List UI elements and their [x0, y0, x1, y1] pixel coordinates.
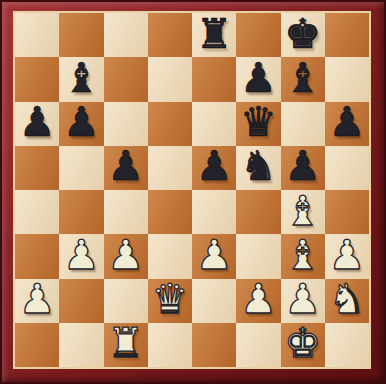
square-c5[interactable]: ♟: [104, 146, 148, 190]
square-f4[interactable]: [236, 190, 280, 234]
square-g6[interactable]: [281, 102, 325, 146]
square-h5[interactable]: [325, 146, 369, 190]
white-pawn-c3[interactable]: ♟: [107, 235, 144, 276]
board-frame: ♜♚♝♟♝♟♟♛♟♟♟♞♟♝♟♟♟♝♟♟♛♟♟♞♜♚: [0, 0, 386, 384]
square-f2[interactable]: ♟: [236, 279, 280, 323]
square-g5[interactable]: ♟: [281, 146, 325, 190]
black-bishop-g7[interactable]: ♝: [284, 58, 321, 99]
white-pawn-h3[interactable]: ♟: [328, 235, 365, 276]
square-d1[interactable]: [148, 323, 192, 367]
black-pawn-e5[interactable]: ♟: [196, 146, 233, 187]
chess-board: ♜♚♝♟♝♟♟♛♟♟♟♞♟♝♟♟♟♝♟♟♛♟♟♞♜♚: [13, 11, 371, 369]
white-king-g1[interactable]: ♚: [284, 323, 321, 364]
white-pawn-b3[interactable]: ♟: [63, 235, 100, 276]
square-f3[interactable]: [236, 234, 280, 278]
square-h1[interactable]: [325, 323, 369, 367]
square-f7[interactable]: ♟: [236, 57, 280, 101]
square-c8[interactable]: [104, 13, 148, 57]
square-g7[interactable]: ♝: [281, 57, 325, 101]
black-king-g8[interactable]: ♚: [284, 14, 321, 55]
square-h2[interactable]: ♞: [325, 279, 369, 323]
square-a6[interactable]: ♟: [15, 102, 59, 146]
square-c2[interactable]: [104, 279, 148, 323]
black-knight-f5[interactable]: ♞: [240, 146, 277, 187]
square-b8[interactable]: [59, 13, 103, 57]
square-f5[interactable]: ♞: [236, 146, 280, 190]
square-h7[interactable]: [325, 57, 369, 101]
square-c4[interactable]: [104, 190, 148, 234]
square-g4[interactable]: ♝: [281, 190, 325, 234]
black-pawn-g5[interactable]: ♟: [284, 146, 321, 187]
square-b2[interactable]: [59, 279, 103, 323]
square-f8[interactable]: [236, 13, 280, 57]
square-g1[interactable]: ♚: [281, 323, 325, 367]
square-g3[interactable]: ♝: [281, 234, 325, 278]
black-pawn-c5[interactable]: ♟: [107, 146, 144, 187]
square-d4[interactable]: [148, 190, 192, 234]
square-c3[interactable]: ♟: [104, 234, 148, 278]
black-pawn-f7[interactable]: ♟: [240, 58, 277, 99]
square-c7[interactable]: [104, 57, 148, 101]
square-a8[interactable]: [15, 13, 59, 57]
white-pawn-a2[interactable]: ♟: [19, 279, 56, 320]
square-e5[interactable]: ♟: [192, 146, 236, 190]
square-g2[interactable]: ♟: [281, 279, 325, 323]
black-rook-e8[interactable]: ♜: [196, 14, 233, 55]
square-a1[interactable]: [15, 323, 59, 367]
square-e1[interactable]: [192, 323, 236, 367]
square-h3[interactable]: ♟: [325, 234, 369, 278]
black-bishop-b7[interactable]: ♝: [63, 58, 100, 99]
square-a5[interactable]: [15, 146, 59, 190]
square-e2[interactable]: [192, 279, 236, 323]
white-pawn-g2[interactable]: ♟: [284, 279, 321, 320]
black-pawn-h6[interactable]: ♟: [328, 102, 365, 143]
square-a7[interactable]: [15, 57, 59, 101]
square-b7[interactable]: ♝: [59, 57, 103, 101]
square-b6[interactable]: ♟: [59, 102, 103, 146]
square-g8[interactable]: ♚: [281, 13, 325, 57]
white-pawn-e3[interactable]: ♟: [196, 235, 233, 276]
square-a4[interactable]: [15, 190, 59, 234]
square-d5[interactable]: [148, 146, 192, 190]
square-f6[interactable]: ♛: [236, 102, 280, 146]
white-queen-d2[interactable]: ♛: [151, 279, 188, 320]
square-b1[interactable]: [59, 323, 103, 367]
square-d6[interactable]: [148, 102, 192, 146]
black-queen-f6[interactable]: ♛: [240, 102, 277, 143]
black-pawn-b6[interactable]: ♟: [63, 102, 100, 143]
white-pawn-f2[interactable]: ♟: [240, 279, 277, 320]
square-c1[interactable]: ♜: [104, 323, 148, 367]
square-a3[interactable]: [15, 234, 59, 278]
white-rook-c1[interactable]: ♜: [107, 323, 144, 364]
square-a2[interactable]: ♟: [15, 279, 59, 323]
square-h4[interactable]: [325, 190, 369, 234]
black-pawn-a6[interactable]: ♟: [19, 102, 56, 143]
square-d3[interactable]: [148, 234, 192, 278]
square-h6[interactable]: ♟: [325, 102, 369, 146]
square-e8[interactable]: ♜: [192, 13, 236, 57]
square-e4[interactable]: [192, 190, 236, 234]
square-b3[interactable]: ♟: [59, 234, 103, 278]
square-f1[interactable]: [236, 323, 280, 367]
square-b4[interactable]: [59, 190, 103, 234]
square-e7[interactable]: [192, 57, 236, 101]
square-b5[interactable]: [59, 146, 103, 190]
white-knight-h2[interactable]: ♞: [328, 279, 365, 320]
square-d7[interactable]: [148, 57, 192, 101]
square-d8[interactable]: [148, 13, 192, 57]
white-bishop-g4[interactable]: ♝: [284, 191, 321, 232]
square-e6[interactable]: [192, 102, 236, 146]
square-c6[interactable]: [104, 102, 148, 146]
square-h8[interactable]: [325, 13, 369, 57]
square-e3[interactable]: ♟: [192, 234, 236, 278]
square-d2[interactable]: ♛: [148, 279, 192, 323]
white-bishop-g3[interactable]: ♝: [284, 235, 321, 276]
